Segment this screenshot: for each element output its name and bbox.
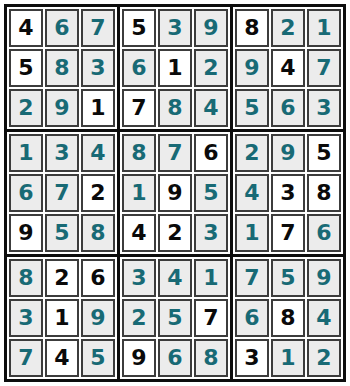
cell-r8c6[interactable]: 7 bbox=[194, 299, 228, 337]
cell-r5c4[interactable]: 1 bbox=[122, 174, 156, 212]
sudoku-block-5: 876195423 bbox=[120, 132, 230, 254]
cell-r6c7[interactable]: 1 bbox=[235, 214, 269, 252]
cell-r4c5[interactable]: 7 bbox=[158, 134, 192, 172]
cell-r7c8[interactable]: 5 bbox=[271, 259, 305, 297]
sudoku-block-1: 467583291 bbox=[7, 7, 117, 129]
cell-r7c2[interactable]: 2 bbox=[45, 259, 79, 297]
cell-r8c1[interactable]: 3 bbox=[9, 299, 43, 337]
cell-r1c2[interactable]: 6 bbox=[45, 9, 79, 47]
cell-r5c9[interactable]: 8 bbox=[307, 174, 341, 212]
cell-r5c2[interactable]: 7 bbox=[45, 174, 79, 212]
cell-r9c8[interactable]: 1 bbox=[271, 339, 305, 377]
cell-r4c4[interactable]: 8 bbox=[122, 134, 156, 172]
cell-r7c3[interactable]: 6 bbox=[81, 259, 115, 297]
sudoku-block-6: 295438176 bbox=[233, 132, 343, 254]
cell-r9c6[interactable]: 8 bbox=[194, 339, 228, 377]
cell-r5c5[interactable]: 9 bbox=[158, 174, 192, 212]
sudoku-block-2: 539612784 bbox=[120, 7, 230, 129]
cell-r9c9[interactable]: 2 bbox=[307, 339, 341, 377]
cell-r5c6[interactable]: 5 bbox=[194, 174, 228, 212]
cell-r9c5[interactable]: 6 bbox=[158, 339, 192, 377]
cell-r4c8[interactable]: 9 bbox=[271, 134, 305, 172]
cell-r2c5[interactable]: 1 bbox=[158, 49, 192, 87]
cell-r6c6[interactable]: 3 bbox=[194, 214, 228, 252]
cell-r3c2[interactable]: 9 bbox=[45, 89, 79, 127]
cell-r8c9[interactable]: 4 bbox=[307, 299, 341, 337]
cell-r8c8[interactable]: 8 bbox=[271, 299, 305, 337]
sudoku-block-3: 821947563 bbox=[233, 7, 343, 129]
cell-r4c2[interactable]: 3 bbox=[45, 134, 79, 172]
cell-r3c1[interactable]: 2 bbox=[9, 89, 43, 127]
cell-r9c3[interactable]: 5 bbox=[81, 339, 115, 377]
cell-r5c7[interactable]: 4 bbox=[235, 174, 269, 212]
cell-r3c7[interactable]: 5 bbox=[235, 89, 269, 127]
sudoku-board: 4675832915396127848219475631346729588761… bbox=[4, 4, 346, 382]
cell-r3c8[interactable]: 6 bbox=[271, 89, 305, 127]
cell-r1c1[interactable]: 4 bbox=[9, 9, 43, 47]
cell-r6c3[interactable]: 8 bbox=[81, 214, 115, 252]
cell-r1c3[interactable]: 7 bbox=[81, 9, 115, 47]
cell-r1c5[interactable]: 3 bbox=[158, 9, 192, 47]
cell-r2c7[interactable]: 9 bbox=[235, 49, 269, 87]
cell-r9c7[interactable]: 3 bbox=[235, 339, 269, 377]
cell-r8c4[interactable]: 2 bbox=[122, 299, 156, 337]
cell-r1c7[interactable]: 8 bbox=[235, 9, 269, 47]
cell-r3c3[interactable]: 1 bbox=[81, 89, 115, 127]
cell-r6c2[interactable]: 5 bbox=[45, 214, 79, 252]
cell-r3c5[interactable]: 8 bbox=[158, 89, 192, 127]
cell-r9c1[interactable]: 7 bbox=[9, 339, 43, 377]
cell-r8c2[interactable]: 1 bbox=[45, 299, 79, 337]
cell-r4c9[interactable]: 5 bbox=[307, 134, 341, 172]
cell-r8c5[interactable]: 5 bbox=[158, 299, 192, 337]
cell-r9c4[interactable]: 9 bbox=[122, 339, 156, 377]
sudoku-block-4: 134672958 bbox=[7, 132, 117, 254]
cell-r6c4[interactable]: 4 bbox=[122, 214, 156, 252]
cell-r2c4[interactable]: 6 bbox=[122, 49, 156, 87]
cell-r4c1[interactable]: 1 bbox=[9, 134, 43, 172]
cell-r2c3[interactable]: 3 bbox=[81, 49, 115, 87]
cell-r6c8[interactable]: 7 bbox=[271, 214, 305, 252]
cell-r6c1[interactable]: 9 bbox=[9, 214, 43, 252]
cell-r1c6[interactable]: 9 bbox=[194, 9, 228, 47]
cell-r5c8[interactable]: 3 bbox=[271, 174, 305, 212]
cell-r2c2[interactable]: 8 bbox=[45, 49, 79, 87]
cell-r1c8[interactable]: 2 bbox=[271, 9, 305, 47]
cell-r3c4[interactable]: 7 bbox=[122, 89, 156, 127]
cell-r2c9[interactable]: 7 bbox=[307, 49, 341, 87]
cell-r2c1[interactable]: 5 bbox=[9, 49, 43, 87]
cell-r4c3[interactable]: 4 bbox=[81, 134, 115, 172]
cell-r2c8[interactable]: 4 bbox=[271, 49, 305, 87]
cell-r5c1[interactable]: 6 bbox=[9, 174, 43, 212]
cell-r3c9[interactable]: 3 bbox=[307, 89, 341, 127]
cell-r3c6[interactable]: 4 bbox=[194, 89, 228, 127]
cell-r7c1[interactable]: 8 bbox=[9, 259, 43, 297]
sudoku-block-7: 826319745 bbox=[7, 257, 117, 379]
cell-r7c9[interactable]: 9 bbox=[307, 259, 341, 297]
cell-r4c6[interactable]: 6 bbox=[194, 134, 228, 172]
cell-r2c6[interactable]: 2 bbox=[194, 49, 228, 87]
cell-r6c9[interactable]: 6 bbox=[307, 214, 341, 252]
cell-r4c7[interactable]: 2 bbox=[235, 134, 269, 172]
sudoku-block-8: 341257968 bbox=[120, 257, 230, 379]
cell-r1c9[interactable]: 1 bbox=[307, 9, 341, 47]
cell-r7c4[interactable]: 3 bbox=[122, 259, 156, 297]
cell-r5c3[interactable]: 2 bbox=[81, 174, 115, 212]
cell-r8c3[interactable]: 9 bbox=[81, 299, 115, 337]
sudoku-block-9: 759684312 bbox=[233, 257, 343, 379]
cell-r6c5[interactable]: 2 bbox=[158, 214, 192, 252]
cell-r7c6[interactable]: 1 bbox=[194, 259, 228, 297]
cell-r9c2[interactable]: 4 bbox=[45, 339, 79, 377]
cell-r8c7[interactable]: 6 bbox=[235, 299, 269, 337]
cell-r7c7[interactable]: 7 bbox=[235, 259, 269, 297]
cell-r7c5[interactable]: 4 bbox=[158, 259, 192, 297]
cell-r1c4[interactable]: 5 bbox=[122, 9, 156, 47]
